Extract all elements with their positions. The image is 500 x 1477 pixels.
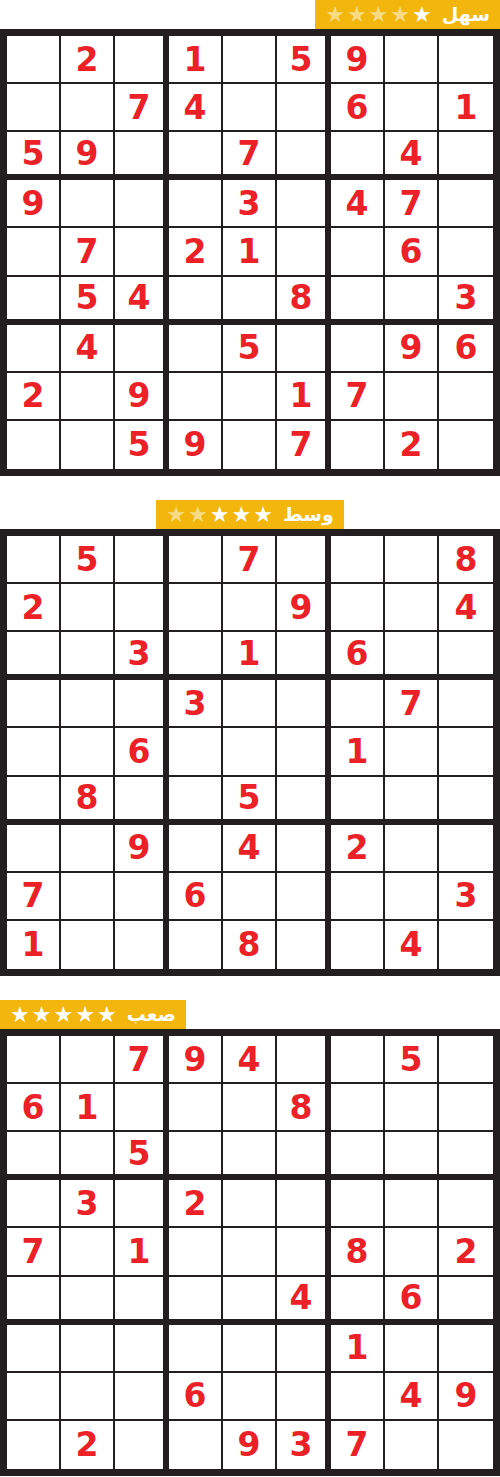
cell-r7c1[interactable] xyxy=(7,325,61,373)
cell-r5c3[interactable]: 6 xyxy=(115,728,169,776)
cell-r1c2[interactable]: 5 xyxy=(61,536,115,584)
cell-r5c9[interactable] xyxy=(439,728,493,776)
cell-r7c6[interactable] xyxy=(277,325,331,373)
cell-r1c7[interactable] xyxy=(331,1036,385,1084)
cell-r1c4[interactable]: 1 xyxy=(169,36,223,84)
cell-r8c4[interactable]: 6 xyxy=(169,873,223,921)
cell-r6c8[interactable] xyxy=(385,277,439,325)
cell-r2c7[interactable]: 6 xyxy=(331,84,385,132)
cell-r8c9[interactable] xyxy=(439,373,493,421)
cell-r2c1[interactable]: 2 xyxy=(7,584,61,632)
cell-r1c5[interactable]: 4 xyxy=(223,1036,277,1084)
cell-r7c2[interactable] xyxy=(61,1325,115,1373)
cell-r6c8[interactable] xyxy=(385,777,439,825)
cell-r1c5[interactable]: 7 xyxy=(223,536,277,584)
cell-r4c8[interactable]: 7 xyxy=(385,680,439,728)
sudoku-board-medium: 578294316376185942763184 xyxy=(0,529,500,976)
cell-r9c1[interactable] xyxy=(7,421,61,469)
cell-r3c9[interactable] xyxy=(439,132,493,180)
cell-r5c9[interactable] xyxy=(439,228,493,276)
cell-r1c2[interactable]: 2 xyxy=(61,36,115,84)
cell-r2c2[interactable]: 1 xyxy=(61,1084,115,1132)
cell-r8c3[interactable]: 9 xyxy=(115,373,169,421)
cell-r9c8[interactable]: 2 xyxy=(385,421,439,469)
cell-r7c2[interactable]: 4 xyxy=(61,325,115,373)
cell-r6c6[interactable]: 8 xyxy=(277,277,331,325)
cell-r7c4[interactable] xyxy=(169,1325,223,1373)
cell-r9c7[interactable] xyxy=(331,421,385,469)
cell-r8c2[interactable] xyxy=(61,1373,115,1421)
cell-r1c4[interactable]: 9 xyxy=(169,1036,223,1084)
cell-r5c2[interactable] xyxy=(61,728,115,776)
cell-r6c4[interactable] xyxy=(169,777,223,825)
difficulty-banner-easy: ★★★★★ سهل xyxy=(315,0,500,29)
cell-r8c9[interactable]: 3 xyxy=(439,873,493,921)
cell-r4c9[interactable] xyxy=(439,180,493,228)
cell-r3c5[interactable]: 1 xyxy=(223,632,277,680)
cell-r1c1[interactable] xyxy=(7,36,61,84)
cell-r6c4[interactable] xyxy=(169,277,223,325)
star-filled-icon: ★ xyxy=(75,1004,95,1026)
cell-r3c8[interactable] xyxy=(385,1132,439,1180)
cell-r6c1[interactable] xyxy=(7,1277,61,1325)
cell-r3c9[interactable] xyxy=(439,632,493,680)
cell-r6c4[interactable] xyxy=(169,1277,223,1325)
difficulty-stars: ★★★★★ xyxy=(10,1004,117,1026)
cell-r4c5[interactable] xyxy=(223,1180,277,1228)
cell-r8c2[interactable] xyxy=(61,873,115,921)
star-empty-icon: ★ xyxy=(166,504,186,526)
cell-r4c9[interactable] xyxy=(439,680,493,728)
star-filled-icon: ★ xyxy=(231,504,251,526)
cell-r5c1[interactable] xyxy=(7,228,61,276)
cell-r1c6[interactable]: 5 xyxy=(277,36,331,84)
cell-r3c4[interactable] xyxy=(169,132,223,180)
cell-r5c1[interactable] xyxy=(7,728,61,776)
cell-r4c2[interactable]: 3 xyxy=(61,1180,115,1228)
cell-r7c7[interactable]: 2 xyxy=(331,825,385,873)
cell-r2c7[interactable] xyxy=(331,1084,385,1132)
cell-r6c2[interactable]: 5 xyxy=(61,277,115,325)
cell-r7c5[interactable] xyxy=(223,1325,277,1373)
cell-r2c1[interactable] xyxy=(7,84,61,132)
cell-r3c2[interactable] xyxy=(61,1132,115,1180)
cell-r1c3[interactable] xyxy=(115,536,169,584)
star-filled-icon: ★ xyxy=(53,1004,73,1026)
cell-r6c6[interactable] xyxy=(277,777,331,825)
cell-r5c3[interactable]: 1 xyxy=(115,1228,169,1276)
cell-r2c5[interactable] xyxy=(223,584,277,632)
cell-r6c1[interactable] xyxy=(7,777,61,825)
cell-r2c4[interactable] xyxy=(169,1084,223,1132)
star-empty-icon: ★ xyxy=(390,4,410,26)
cell-r1c8[interactable]: 5 xyxy=(385,1036,439,1084)
cell-r7c9[interactable] xyxy=(439,825,493,873)
cell-r9c1[interactable] xyxy=(7,1421,61,1469)
star-filled-icon: ★ xyxy=(253,504,273,526)
cell-r1c4[interactable] xyxy=(169,536,223,584)
cell-r3c8[interactable]: 4 xyxy=(385,132,439,180)
cell-r8c7[interactable] xyxy=(331,1373,385,1421)
cell-r1c1[interactable] xyxy=(7,1036,61,1084)
cell-r9c9[interactable] xyxy=(439,421,493,469)
cell-r6c9[interactable] xyxy=(439,777,493,825)
cell-r4c6[interactable] xyxy=(277,680,331,728)
difficulty-stars: ★★★★★ xyxy=(166,504,273,526)
cell-r4c6[interactable] xyxy=(277,180,331,228)
cell-r7c1[interactable] xyxy=(7,1325,61,1373)
cell-r5c3[interactable] xyxy=(115,228,169,276)
cell-r2c8[interactable] xyxy=(385,84,439,132)
cell-r7c3[interactable] xyxy=(115,1325,169,1373)
cell-r8c1[interactable] xyxy=(7,1373,61,1421)
cell-r4c1[interactable] xyxy=(7,1180,61,1228)
cell-r5c6[interactable] xyxy=(277,1228,331,1276)
cell-r3c3[interactable]: 3 xyxy=(115,632,169,680)
cell-r8c6[interactable] xyxy=(277,873,331,921)
difficulty-label: وسط xyxy=(283,505,334,524)
cell-r1c6[interactable] xyxy=(277,1036,331,1084)
cell-r6c6[interactable]: 4 xyxy=(277,1277,331,1325)
cell-r3c3[interactable]: 5 xyxy=(115,1132,169,1180)
cell-r8c5[interactable] xyxy=(223,373,277,421)
cell-r5c1[interactable]: 7 xyxy=(7,1228,61,1276)
cell-r3c1[interactable] xyxy=(7,632,61,680)
cell-r3c6[interactable] xyxy=(277,132,331,180)
cell-r8c7[interactable]: 7 xyxy=(331,373,385,421)
cell-r7c2[interactable] xyxy=(61,825,115,873)
cell-r8c9[interactable]: 9 xyxy=(439,1373,493,1421)
cell-r3c3[interactable] xyxy=(115,132,169,180)
puzzle-hard: ★★★★★ صعب 794561853271824616492937 xyxy=(0,1000,500,1476)
sudoku-board-easy: 215974615974934772165483459629175972 xyxy=(0,29,500,476)
cell-r3c5[interactable] xyxy=(223,1132,277,1180)
cell-r8c2[interactable] xyxy=(61,373,115,421)
cell-r3c4[interactable] xyxy=(169,632,223,680)
cell-r7c6[interactable] xyxy=(277,1325,331,1373)
cell-r1c3[interactable] xyxy=(115,36,169,84)
cell-r4c7[interactable] xyxy=(331,1180,385,1228)
cell-r4c3[interactable] xyxy=(115,1180,169,1228)
cell-r7c4[interactable] xyxy=(169,325,223,373)
cell-r4c4[interactable]: 2 xyxy=(169,1180,223,1228)
cell-r3c7[interactable]: 6 xyxy=(331,632,385,680)
cell-r9c6[interactable]: 7 xyxy=(277,421,331,469)
cell-r4c3[interactable] xyxy=(115,680,169,728)
cell-r7c9[interactable] xyxy=(439,1325,493,1373)
cell-r2c2[interactable] xyxy=(61,584,115,632)
cell-r9c2[interactable] xyxy=(61,921,115,969)
cell-r4c3[interactable] xyxy=(115,180,169,228)
cell-r3c1[interactable]: 5 xyxy=(7,132,61,180)
cell-r2c3[interactable] xyxy=(115,584,169,632)
cell-r3c1[interactable] xyxy=(7,1132,61,1180)
cell-r9c6[interactable]: 3 xyxy=(277,1421,331,1469)
cell-r6c5[interactable] xyxy=(223,1277,277,1325)
cell-r9c7[interactable]: 7 xyxy=(331,1421,385,1469)
star-empty-icon: ★ xyxy=(325,4,345,26)
cell-r9c7[interactable] xyxy=(331,921,385,969)
cell-r1c5[interactable] xyxy=(223,36,277,84)
cell-r3c4[interactable] xyxy=(169,1132,223,1180)
cell-r5c8[interactable]: 6 xyxy=(385,228,439,276)
cell-r1c9[interactable] xyxy=(439,36,493,84)
cell-r4c7[interactable] xyxy=(331,680,385,728)
cell-r8c3[interactable] xyxy=(115,1373,169,1421)
cell-r1c9[interactable]: 8 xyxy=(439,536,493,584)
cell-r3c2[interactable]: 9 xyxy=(61,132,115,180)
cell-r4c5[interactable] xyxy=(223,680,277,728)
cell-r8c4[interactable]: 6 xyxy=(169,1373,223,1421)
cell-r2c3[interactable]: 7 xyxy=(115,84,169,132)
cell-r2c9[interactable]: 1 xyxy=(439,84,493,132)
cell-r5c6[interactable] xyxy=(277,728,331,776)
cell-r7c6[interactable] xyxy=(277,825,331,873)
cell-r2c4[interactable]: 4 xyxy=(169,84,223,132)
cell-r4c4[interactable] xyxy=(169,180,223,228)
cell-r9c3[interactable] xyxy=(115,1421,169,1469)
cell-r2c6[interactable] xyxy=(277,84,331,132)
cell-r3c9[interactable] xyxy=(439,1132,493,1180)
cell-r7c9[interactable]: 6 xyxy=(439,325,493,373)
cell-r8c7[interactable] xyxy=(331,873,385,921)
cell-r5c8[interactable] xyxy=(385,728,439,776)
difficulty-stars: ★★★★★ xyxy=(325,4,432,26)
cell-r9c2[interactable]: 2 xyxy=(61,1421,115,1469)
cell-r6c5[interactable] xyxy=(223,277,277,325)
star-filled-icon: ★ xyxy=(412,4,432,26)
cell-r1c6[interactable] xyxy=(277,536,331,584)
cell-r2c5[interactable] xyxy=(223,84,277,132)
cell-r5c8[interactable] xyxy=(385,1228,439,1276)
cell-r2c9[interactable]: 4 xyxy=(439,584,493,632)
sudoku-sheet: ★★★★★ سهل 215974615974934772165483459629… xyxy=(0,0,500,1476)
cell-r6c7[interactable] xyxy=(331,777,385,825)
cell-r4c4[interactable]: 3 xyxy=(169,680,223,728)
cell-r1c7[interactable]: 9 xyxy=(331,36,385,84)
cell-r8c6[interactable]: 1 xyxy=(277,373,331,421)
cell-r8c4[interactable] xyxy=(169,373,223,421)
cell-r2c4[interactable] xyxy=(169,584,223,632)
cell-r4c5[interactable]: 3 xyxy=(223,180,277,228)
star-empty-icon: ★ xyxy=(188,504,208,526)
cell-r8c5[interactable] xyxy=(223,1373,277,1421)
cell-r8c8[interactable] xyxy=(385,873,439,921)
cell-r1c9[interactable] xyxy=(439,1036,493,1084)
cell-r2c8[interactable] xyxy=(385,584,439,632)
cell-r1c1[interactable] xyxy=(7,536,61,584)
cell-r4c2[interactable] xyxy=(61,180,115,228)
cell-r5c7[interactable]: 8 xyxy=(331,1228,385,1276)
cell-r3c7[interactable] xyxy=(331,132,385,180)
star-empty-icon: ★ xyxy=(369,4,389,26)
cell-r6c7[interactable] xyxy=(331,277,385,325)
cell-r5c5[interactable] xyxy=(223,728,277,776)
cell-r9c8[interactable]: 4 xyxy=(385,921,439,969)
cell-r7c3[interactable]: 9 xyxy=(115,825,169,873)
cell-r8c1[interactable]: 7 xyxy=(7,873,61,921)
cell-r5c6[interactable] xyxy=(277,228,331,276)
cell-r5c9[interactable]: 2 xyxy=(439,1228,493,1276)
cell-r1c8[interactable] xyxy=(385,536,439,584)
cell-r5c4[interactable]: 2 xyxy=(169,228,223,276)
cell-r2c2[interactable] xyxy=(61,84,115,132)
cell-r2c7[interactable] xyxy=(331,584,385,632)
cell-r5c5[interactable]: 1 xyxy=(223,228,277,276)
cell-r4c2[interactable] xyxy=(61,680,115,728)
difficulty-label: صعب xyxy=(127,1005,176,1024)
cell-r4c8[interactable]: 7 xyxy=(385,180,439,228)
cell-r4c7[interactable]: 4 xyxy=(331,180,385,228)
cell-r3c8[interactable] xyxy=(385,632,439,680)
cell-r7c1[interactable] xyxy=(7,825,61,873)
cell-r2c1[interactable]: 6 xyxy=(7,1084,61,1132)
difficulty-label: سهل xyxy=(442,5,490,24)
cell-r6c8[interactable]: 6 xyxy=(385,1277,439,1325)
cell-r7c7[interactable] xyxy=(331,325,385,373)
sudoku-board-hard: 794561853271824616492937 xyxy=(0,1029,500,1476)
cell-r9c2[interactable] xyxy=(61,421,115,469)
cell-r7c8[interactable]: 9 xyxy=(385,325,439,373)
cell-r6c2[interactable]: 8 xyxy=(61,777,115,825)
cell-r2c5[interactable] xyxy=(223,1084,277,1132)
cell-r7c8[interactable] xyxy=(385,1325,439,1373)
cell-r4c1[interactable] xyxy=(7,680,61,728)
star-filled-icon: ★ xyxy=(210,504,230,526)
cell-r7c8[interactable] xyxy=(385,825,439,873)
cell-r9c5[interactable]: 8 xyxy=(223,921,277,969)
cell-r2c8[interactable] xyxy=(385,1084,439,1132)
cell-r9c9[interactable] xyxy=(439,921,493,969)
star-empty-icon: ★ xyxy=(347,4,367,26)
cell-r1c2[interactable] xyxy=(61,1036,115,1084)
cell-r6c7[interactable] xyxy=(331,1277,385,1325)
cell-r3c2[interactable] xyxy=(61,632,115,680)
cell-r1c3[interactable]: 7 xyxy=(115,1036,169,1084)
cell-r3c6[interactable] xyxy=(277,1132,331,1180)
cell-r9c9[interactable] xyxy=(439,1421,493,1469)
cell-r9c6[interactable] xyxy=(277,921,331,969)
cell-r9c1[interactable]: 1 xyxy=(7,921,61,969)
cell-r4c6[interactable] xyxy=(277,1180,331,1228)
cell-r7c5[interactable]: 5 xyxy=(223,325,277,373)
cell-r5c7[interactable] xyxy=(331,228,385,276)
cell-r8c8[interactable]: 4 xyxy=(385,1373,439,1421)
cell-r9c4[interactable] xyxy=(169,1421,223,1469)
cell-r6c9[interactable] xyxy=(439,1277,493,1325)
cell-r9c8[interactable] xyxy=(385,1421,439,1469)
cell-r7c5[interactable]: 4 xyxy=(223,825,277,873)
puzzle-medium: ★★★★★ وسط 578294316376185942763184 xyxy=(0,500,500,976)
cell-r6c2[interactable] xyxy=(61,1277,115,1325)
cell-r8c8[interactable] xyxy=(385,373,439,421)
star-filled-icon: ★ xyxy=(32,1004,52,1026)
cell-r9c3[interactable]: 5 xyxy=(115,421,169,469)
cell-r6c1[interactable] xyxy=(7,277,61,325)
cell-r5c5[interactable] xyxy=(223,1228,277,1276)
cell-r5c2[interactable] xyxy=(61,1228,115,1276)
cell-r2c6[interactable]: 8 xyxy=(277,1084,331,1132)
cell-r5c4[interactable] xyxy=(169,728,223,776)
cell-r6c3[interactable] xyxy=(115,777,169,825)
star-filled-icon: ★ xyxy=(97,1004,117,1026)
cell-r6c5[interactable]: 5 xyxy=(223,777,277,825)
cell-r2c3[interactable] xyxy=(115,1084,169,1132)
cell-r8c1[interactable]: 2 xyxy=(7,373,61,421)
cell-r5c7[interactable]: 1 xyxy=(331,728,385,776)
cell-r3c7[interactable] xyxy=(331,1132,385,1180)
cell-r8c6[interactable] xyxy=(277,1373,331,1421)
cell-r6c9[interactable]: 3 xyxy=(439,277,493,325)
cell-r9c4[interactable]: 9 xyxy=(169,421,223,469)
cell-r3c5[interactable]: 7 xyxy=(223,132,277,180)
cell-r9c5[interactable] xyxy=(223,421,277,469)
cell-r7c7[interactable]: 1 xyxy=(331,1325,385,1373)
difficulty-banner-hard: ★★★★★ صعب xyxy=(0,1000,186,1029)
cell-r9c5[interactable]: 9 xyxy=(223,1421,277,1469)
cell-r4c9[interactable] xyxy=(439,1180,493,1228)
cell-r8c3[interactable] xyxy=(115,873,169,921)
cell-r1c8[interactable] xyxy=(385,36,439,84)
cell-r3c6[interactable] xyxy=(277,632,331,680)
cell-r6c3[interactable]: 4 xyxy=(115,277,169,325)
cell-r4c8[interactable] xyxy=(385,1180,439,1228)
star-filled-icon: ★ xyxy=(10,1004,30,1026)
cell-r9c3[interactable] xyxy=(115,921,169,969)
cell-r5c2[interactable]: 7 xyxy=(61,228,115,276)
cell-r7c3[interactable] xyxy=(115,325,169,373)
puzzle-easy: ★★★★★ سهل 215974615974934772165483459629… xyxy=(0,0,500,476)
cell-r4c1[interactable]: 9 xyxy=(7,180,61,228)
cell-r5c4[interactable] xyxy=(169,1228,223,1276)
cell-r2c6[interactable]: 9 xyxy=(277,584,331,632)
difficulty-banner-medium: ★★★★★ وسط xyxy=(156,500,344,529)
cell-r1c7[interactable] xyxy=(331,536,385,584)
cell-r6c3[interactable] xyxy=(115,1277,169,1325)
cell-r2c9[interactable] xyxy=(439,1084,493,1132)
cell-r8c5[interactable] xyxy=(223,873,277,921)
cell-r7c4[interactable] xyxy=(169,825,223,873)
cell-r9c4[interactable] xyxy=(169,921,223,969)
